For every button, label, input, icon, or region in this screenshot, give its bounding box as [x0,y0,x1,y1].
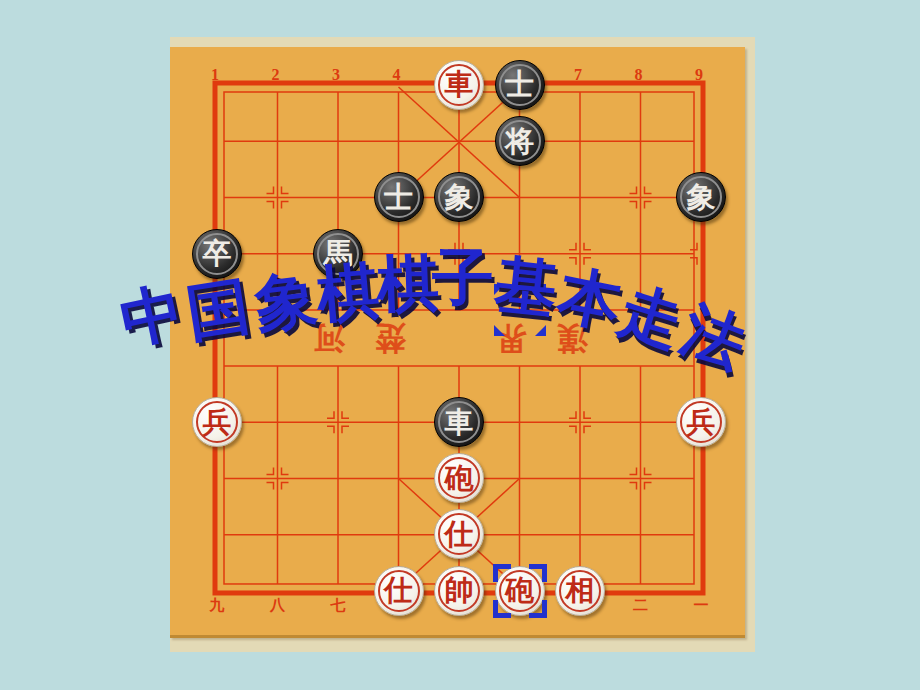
piece-glyph: 士 [384,183,413,212]
slide: 123456789九八七六五四三二一 楚河 漢界 車士将士象象卒馬兵車兵砲仕仕帥… [0,0,920,690]
piece-black-general[interactable]: 将 [495,116,545,166]
piece-glyph: 車 [445,70,474,99]
piece-red-elephant[interactable]: 相 [555,566,605,616]
piece-glyph: 砲 [445,464,474,493]
piece-black-chariot[interactable]: 車 [434,397,484,447]
piece-glyph: 相 [566,576,595,605]
piece-glyph: 仕 [445,520,474,549]
piece-glyph: 馬 [324,239,353,268]
piece-red-chariot[interactable]: 車 [434,60,484,110]
piece-glyph: 車 [445,408,474,437]
piece-glyph: 象 [445,183,474,212]
piece-black-elephant[interactable]: 象 [676,172,726,222]
pieces-layer: 車士将士象象卒馬兵車兵砲仕仕帥砲相 [187,57,732,619]
piece-glyph: 砲 [505,576,534,605]
piece-glyph: 仕 [384,576,413,605]
piece-red-advisor[interactable]: 仕 [434,509,484,559]
piece-black-advisor[interactable]: 士 [374,172,424,222]
piece-glyph: 帥 [445,576,474,605]
piece-red-cannon[interactable]: 砲 [434,453,484,503]
piece-black-elephant[interactable]: 象 [434,172,484,222]
piece-red-general[interactable]: 帥 [434,566,484,616]
piece-black-advisor[interactable]: 士 [495,60,545,110]
piece-black-soldier[interactable]: 卒 [192,229,242,279]
piece-glyph: 象 [687,183,716,212]
piece-glyph: 士 [505,70,534,99]
piece-red-cannon[interactable]: 砲 [495,566,545,616]
piece-glyph: 兵 [203,408,232,437]
piece-black-horse[interactable]: 馬 [313,229,363,279]
piece-glyph: 将 [505,127,534,156]
piece-glyph: 兵 [687,408,716,437]
piece-red-advisor[interactable]: 仕 [374,566,424,616]
piece-glyph: 卒 [203,239,232,268]
piece-red-soldier[interactable]: 兵 [192,397,242,447]
piece-red-soldier[interactable]: 兵 [676,397,726,447]
